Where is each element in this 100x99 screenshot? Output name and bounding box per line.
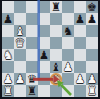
square-b1[interactable] (14, 85, 26, 97)
square-h7[interactable]: ♟ (86, 13, 98, 25)
square-a4[interactable]: ♞ (2, 49, 14, 61)
square-f3[interactable]: ♟ (62, 61, 74, 73)
white-pawn[interactable]: ♟ (74, 73, 86, 85)
square-g5[interactable] (74, 37, 86, 49)
black-rook[interactable]: ♜ (26, 85, 38, 97)
square-f1[interactable] (62, 85, 74, 97)
black-rook[interactable]: ♜ (50, 1, 62, 13)
square-f8[interactable] (62, 1, 74, 13)
square-b2[interactable]: ♟ (14, 73, 26, 85)
square-h4[interactable] (86, 49, 98, 61)
square-d8[interactable] (38, 1, 50, 13)
square-d1[interactable] (38, 85, 50, 97)
black-pawn[interactable]: ♟ (74, 13, 86, 25)
black-pawn[interactable]: ♟ (86, 13, 98, 25)
white-pawn[interactable]: ♟ (14, 73, 26, 85)
white-rook[interactable]: ♜ (2, 85, 14, 97)
square-f2[interactable] (62, 73, 74, 85)
white-rook[interactable]: ♜ (86, 85, 98, 97)
square-a1[interactable]: ♜ (2, 85, 14, 97)
white-queen[interactable]: ♛ (14, 37, 26, 49)
square-a7[interactable]: ♟ (2, 13, 14, 25)
square-g2[interactable]: ♟ (74, 73, 86, 85)
black-knight[interactable]: ♞ (62, 25, 74, 37)
square-e7[interactable] (50, 13, 62, 25)
square-e5[interactable] (50, 37, 62, 49)
square-d2[interactable] (38, 73, 50, 85)
square-d3[interactable] (38, 61, 50, 73)
square-c4[interactable] (26, 49, 38, 61)
black-pawn[interactable]: ♟ (2, 13, 14, 25)
square-e6[interactable] (50, 25, 62, 37)
square-c8[interactable] (26, 1, 38, 13)
square-b8[interactable] (14, 1, 26, 13)
square-h1[interactable]: ♜ (86, 85, 98, 97)
white-pawn[interactable]: ♟ (62, 61, 74, 73)
square-h6[interactable] (86, 25, 98, 37)
square-g6[interactable] (74, 25, 86, 37)
square-a6[interactable] (2, 25, 14, 37)
white-king[interactable]: ♚ (50, 73, 62, 85)
chess-board[interactable]: ♜♚♟♟♟♝♞♛♞♟♝♟♟♟♛♚♟♟♜♜♜ (2, 1, 98, 97)
square-h5[interactable] (86, 37, 98, 49)
square-g7[interactable]: ♟ (74, 13, 86, 25)
square-d7[interactable] (38, 13, 50, 25)
square-f6[interactable]: ♞ (62, 25, 74, 37)
square-f5[interactable] (62, 37, 74, 49)
white-knight[interactable]: ♞ (2, 49, 14, 61)
square-e2[interactable]: ♚ (50, 73, 62, 85)
square-e1[interactable] (50, 85, 62, 97)
square-c5[interactable] (26, 37, 38, 49)
square-g1[interactable] (74, 85, 86, 97)
square-d6[interactable] (38, 25, 50, 37)
square-c1[interactable]: ♜ (26, 85, 38, 97)
square-g4[interactable] (74, 49, 86, 61)
square-e8[interactable]: ♜ (50, 1, 62, 13)
black-pawn[interactable]: ♟ (38, 49, 50, 61)
square-b4[interactable] (14, 49, 26, 61)
square-c6[interactable] (26, 25, 38, 37)
square-b5[interactable]: ♛ (14, 37, 26, 49)
square-c7[interactable] (26, 13, 38, 25)
square-d4[interactable]: ♟ (38, 49, 50, 61)
